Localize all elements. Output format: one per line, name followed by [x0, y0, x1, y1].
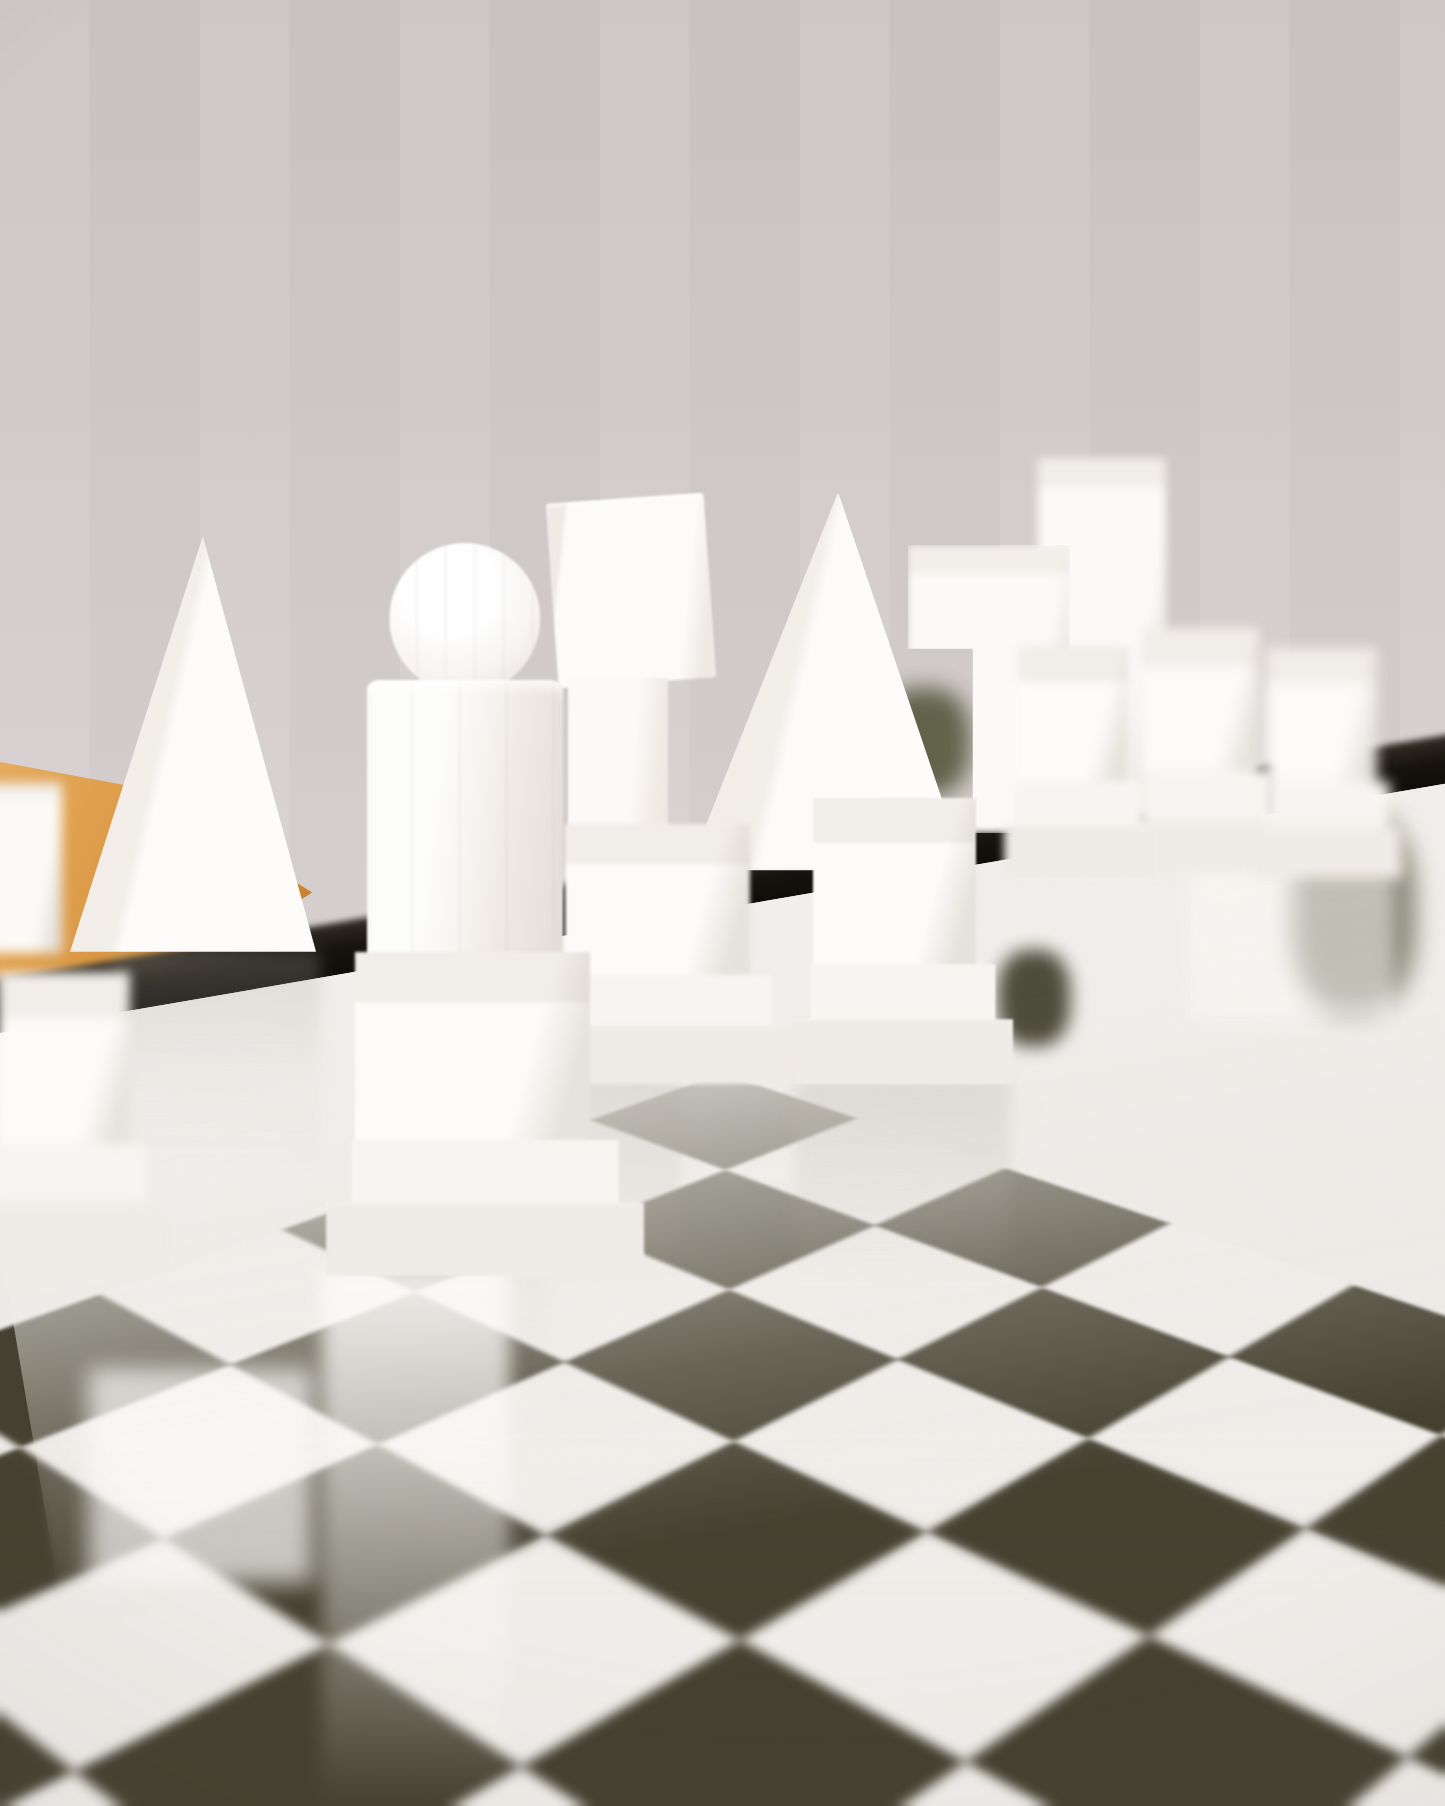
- piece-part-cube: [1018, 646, 1129, 790]
- piece-white-pawn-b2: [0, 972, 160, 1268]
- piece-white-pawn-c2: [326, 952, 644, 1276]
- chessboard-photo-scene: [0, 0, 1445, 1806]
- foreground-bokeh-veil: [0, 1430, 1445, 1806]
- piece-white-pawn-e2: [793, 798, 1013, 1084]
- piece-part-cube: [355, 952, 590, 1153]
- piece-white-pawn-f2: [1004, 646, 1154, 878]
- piece-part-orb: [389, 543, 540, 694]
- piece-white-bishop-c1: [70, 536, 316, 956]
- piece-part-ped: [1252, 781, 1402, 878]
- piece-part-ped: [1004, 781, 1154, 878]
- piece-part-ped: [326, 1140, 644, 1276]
- piece-part-cube: [1142, 628, 1259, 781]
- piece-part-cube: [1266, 648, 1377, 791]
- piece-white-rook-a1: [0, 783, 62, 953]
- piece-part-cube: [0, 972, 130, 1156]
- piece-white-pawn-h2: [1252, 648, 1402, 878]
- piece-part-ped: [793, 964, 1013, 1084]
- piece-part-ped: [0, 1144, 160, 1268]
- piece-part-cube: [813, 798, 976, 975]
